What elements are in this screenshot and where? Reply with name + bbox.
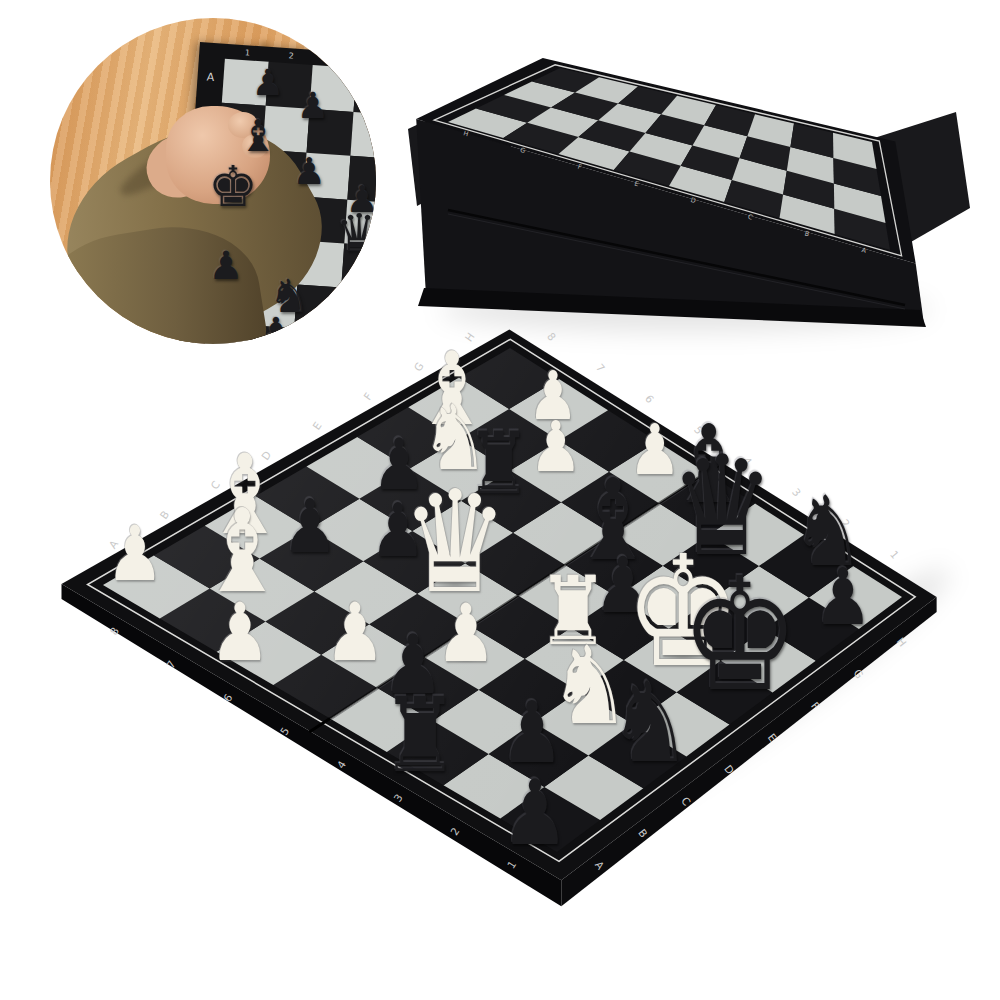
file-label-e-far: E bbox=[310, 420, 324, 432]
rank-label-7-right: 7 bbox=[594, 361, 607, 374]
file-label-h-far: H bbox=[462, 330, 476, 343]
file-label-g-far: G bbox=[411, 360, 425, 374]
file-label-a-far: A bbox=[106, 537, 120, 550]
inset-piece-king-4: ♚ bbox=[208, 159, 258, 215]
inset-piece-pawn-0: ♟ bbox=[252, 65, 284, 101]
rank-label-4-right: 4 bbox=[741, 455, 755, 468]
rank-label-5-right: 5 bbox=[692, 424, 705, 437]
inset-photo: ♟ 1234 ABCDEFGH ♟♟♝♟♚♟♛♟♞♟ bbox=[50, 18, 376, 344]
rank-label-3-right: 3 bbox=[790, 486, 803, 499]
inset-piece-pawn-7: ♟ bbox=[209, 246, 244, 285]
file-label-d-far: D bbox=[259, 449, 273, 463]
board-sheen bbox=[103, 348, 902, 852]
inset-pieces-layer: ♟♟♝♟♚♟♛♟♞♟ bbox=[50, 18, 376, 344]
rank-label-8-right: 8 bbox=[545, 330, 558, 343]
file-label-b-far: B bbox=[157, 508, 171, 521]
file-label-f-far: F bbox=[361, 390, 374, 402]
inset-piece-pawn-1: ♟ bbox=[297, 88, 329, 124]
file-label-c-far: C bbox=[208, 479, 222, 492]
inset-piece-bishop-2: ♝ bbox=[238, 114, 277, 158]
rank-label-2-right: 2 bbox=[839, 517, 852, 530]
inset-piece-pawn-3: ♟ bbox=[292, 153, 325, 190]
rank-label-6-right: 6 bbox=[643, 392, 657, 405]
rank-label-1-right: 1 bbox=[888, 548, 901, 561]
